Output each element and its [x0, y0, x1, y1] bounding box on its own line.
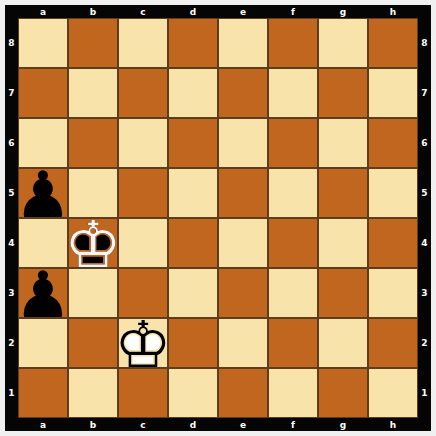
- square-g2[interactable]: [318, 318, 368, 368]
- file-label-a: a: [18, 418, 68, 431]
- square-d6[interactable]: [168, 118, 218, 168]
- square-e8[interactable]: [218, 18, 268, 68]
- rank-label-2: 2: [418, 318, 431, 368]
- file-label-h: h: [368, 418, 418, 431]
- black-king-detail: ♔: [69, 221, 117, 269]
- square-d8[interactable]: [168, 18, 218, 68]
- square-g8[interactable]: [318, 18, 368, 68]
- square-h7[interactable]: [368, 68, 418, 118]
- square-d3[interactable]: [168, 268, 218, 318]
- square-b6[interactable]: [68, 118, 118, 168]
- square-f5[interactable]: [268, 168, 318, 218]
- square-g1[interactable]: [318, 368, 368, 418]
- rank-labels-left: 87654321: [5, 18, 18, 418]
- square-h8[interactable]: [368, 18, 418, 68]
- chess-board: ♟♚♔♟♚♔: [18, 18, 418, 418]
- square-c2[interactable]: ♚♔: [118, 318, 168, 368]
- file-labels-top: abcdefgh: [18, 5, 418, 18]
- square-a3[interactable]: ♟: [18, 268, 68, 318]
- file-labels-bottom: abcdefgh: [18, 418, 418, 431]
- square-e7[interactable]: [218, 68, 268, 118]
- square-g3[interactable]: [318, 268, 368, 318]
- square-h5[interactable]: [368, 168, 418, 218]
- square-b8[interactable]: [68, 18, 118, 68]
- file-label-f: f: [268, 418, 318, 431]
- square-e3[interactable]: [218, 268, 268, 318]
- rank-label-8: 8: [5, 18, 18, 68]
- square-c3[interactable]: [118, 268, 168, 318]
- square-d4[interactable]: [168, 218, 218, 268]
- square-g6[interactable]: [318, 118, 368, 168]
- square-g5[interactable]: [318, 168, 368, 218]
- rank-label-6: 6: [5, 118, 18, 168]
- square-g4[interactable]: [318, 218, 368, 268]
- rank-label-7: 7: [418, 68, 431, 118]
- rank-label-2: 2: [5, 318, 18, 368]
- rank-label-6: 6: [418, 118, 431, 168]
- rank-label-8: 8: [418, 18, 431, 68]
- rank-label-5: 5: [418, 168, 431, 218]
- square-f4[interactable]: [268, 218, 318, 268]
- square-b4[interactable]: ♚♔: [68, 218, 118, 268]
- rank-label-1: 1: [5, 368, 18, 418]
- rank-label-3: 3: [5, 268, 18, 318]
- file-label-e: e: [218, 5, 268, 18]
- rank-label-1: 1: [418, 368, 431, 418]
- square-h2[interactable]: [368, 318, 418, 368]
- square-f6[interactable]: [268, 118, 318, 168]
- square-b1[interactable]: [68, 368, 118, 418]
- file-label-b: b: [68, 418, 118, 431]
- file-label-a: a: [18, 5, 68, 18]
- square-e4[interactable]: [218, 218, 268, 268]
- square-c8[interactable]: [118, 18, 168, 68]
- square-a5[interactable]: ♟: [18, 168, 68, 218]
- square-c4[interactable]: [118, 218, 168, 268]
- square-c7[interactable]: [118, 68, 168, 118]
- rank-labels-right: 87654321: [418, 18, 431, 418]
- square-f1[interactable]: [268, 368, 318, 418]
- square-a2[interactable]: [18, 318, 68, 368]
- square-f3[interactable]: [268, 268, 318, 318]
- square-a8[interactable]: [18, 18, 68, 68]
- black-king-piece: ♚: [69, 221, 117, 269]
- rank-label-4: 4: [418, 218, 431, 268]
- white-king-outline: ♔: [119, 321, 167, 369]
- chess-diagram: abcdefgh abcdefgh 87654321 87654321 ♟♚♔♟…: [0, 0, 436, 436]
- white-king-piece: ♚: [119, 321, 167, 369]
- square-b5[interactable]: [68, 168, 118, 218]
- square-f7[interactable]: [268, 68, 318, 118]
- board-frame: abcdefgh abcdefgh 87654321 87654321 ♟♚♔♟…: [5, 5, 431, 431]
- square-e1[interactable]: [218, 368, 268, 418]
- file-label-f: f: [268, 5, 318, 18]
- square-c1[interactable]: [118, 368, 168, 418]
- file-label-c: c: [118, 5, 168, 18]
- file-label-d: d: [168, 418, 218, 431]
- square-a4[interactable]: [18, 218, 68, 268]
- rank-label-3: 3: [418, 268, 431, 318]
- black-pawn-piece: ♟: [19, 271, 67, 319]
- square-a1[interactable]: [18, 368, 68, 418]
- square-a7[interactable]: [18, 68, 68, 118]
- square-g7[interactable]: [318, 68, 368, 118]
- square-b2[interactable]: [68, 318, 118, 368]
- square-e2[interactable]: [218, 318, 268, 368]
- file-label-g: g: [318, 5, 368, 18]
- square-c5[interactable]: [118, 168, 168, 218]
- file-label-h: h: [368, 5, 418, 18]
- square-e6[interactable]: [218, 118, 268, 168]
- square-h3[interactable]: [368, 268, 418, 318]
- square-d5[interactable]: [168, 168, 218, 218]
- square-h6[interactable]: [368, 118, 418, 168]
- square-c6[interactable]: [118, 118, 168, 168]
- square-d1[interactable]: [168, 368, 218, 418]
- file-label-g: g: [318, 418, 368, 431]
- square-d2[interactable]: [168, 318, 218, 368]
- square-d7[interactable]: [168, 68, 218, 118]
- square-f2[interactable]: [268, 318, 318, 368]
- square-h1[interactable]: [368, 368, 418, 418]
- square-h4[interactable]: [368, 218, 418, 268]
- rank-label-4: 4: [5, 218, 18, 268]
- black-pawn-piece: ♟: [19, 171, 67, 219]
- square-e5[interactable]: [218, 168, 268, 218]
- rank-label-5: 5: [5, 168, 18, 218]
- square-b7[interactable]: [68, 68, 118, 118]
- square-f8[interactable]: [268, 18, 318, 68]
- file-label-d: d: [168, 5, 218, 18]
- file-label-c: c: [118, 418, 168, 431]
- square-a6[interactable]: [18, 118, 68, 168]
- file-label-b: b: [68, 5, 118, 18]
- rank-label-7: 7: [5, 68, 18, 118]
- square-b3[interactable]: [68, 268, 118, 318]
- file-label-e: e: [218, 418, 268, 431]
